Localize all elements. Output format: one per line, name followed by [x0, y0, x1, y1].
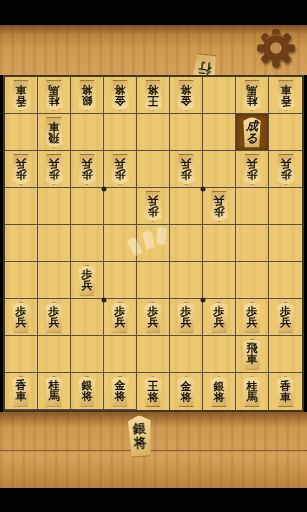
piece-kanji: 兵	[49, 317, 60, 328]
square-1-9[interactable]: 香車	[269, 373, 302, 410]
square-6-9[interactable]: 金将	[104, 373, 137, 410]
square-1-3[interactable]: 歩兵	[269, 151, 302, 188]
piece-kanji: 将	[181, 392, 192, 403]
piece-kanji: 金	[181, 381, 192, 392]
gear-icon	[255, 27, 297, 69]
square-3-6[interactable]	[203, 262, 236, 299]
square-5-9[interactable]: 王将	[137, 373, 170, 410]
piece-gote-金将[interactable]: 金将	[107, 80, 133, 111]
piece-sente-王将[interactable]: 王将	[140, 376, 166, 407]
square-2-2[interactable]: 成る	[236, 114, 269, 151]
piece-kanji: 歩	[181, 169, 192, 180]
square-8-8[interactable]	[38, 336, 71, 373]
piece-gote-銀将[interactable]: 銀将	[74, 80, 100, 111]
square-3-8[interactable]	[203, 336, 236, 373]
square-8-2[interactable]: 飛車	[38, 114, 71, 151]
hoshi-dot	[201, 186, 206, 191]
piece-kanji: 歩	[247, 169, 258, 180]
square-9-9[interactable]: 香車	[5, 373, 38, 410]
piece-sente-歩兵[interactable]: 歩兵	[206, 302, 232, 333]
square-3-5[interactable]	[203, 225, 236, 262]
square-1-2[interactable]	[269, 114, 302, 151]
piece-sente-桂馬[interactable]: 桂馬	[239, 376, 265, 407]
square-4-2[interactable]	[170, 114, 203, 151]
piece-gote-歩兵[interactable]: 歩兵	[140, 191, 166, 222]
piece-kanji: 兵	[181, 317, 192, 328]
piece-sente-歩兵[interactable]: 歩兵	[74, 265, 100, 296]
square-6-2[interactable]	[104, 114, 137, 151]
square-7-4[interactable]	[71, 188, 104, 225]
square-2-8[interactable]: 飛車	[236, 336, 269, 373]
piece-kanji: 将	[115, 84, 126, 95]
square-2-3[interactable]: 歩兵	[236, 151, 269, 188]
piece-kanji: 将	[134, 436, 148, 450]
square-4-3[interactable]: 歩兵	[170, 151, 203, 188]
square-3-9[interactable]: 銀将	[203, 373, 236, 410]
piece-gote-飛車[interactable]: 飛車	[41, 117, 67, 148]
piece-kanji: 馬	[247, 392, 258, 403]
square-4-5[interactable]	[170, 225, 203, 262]
piece-kanji: 将	[181, 84, 192, 95]
square-8-6[interactable]	[38, 262, 71, 299]
piece-kanji: 桂	[49, 95, 60, 106]
piece-sente-歩兵[interactable]: 歩兵	[8, 302, 34, 333]
piece-sente-金将[interactable]: 金将	[173, 376, 199, 407]
square-8-3[interactable]: 歩兵	[38, 151, 71, 188]
gote-hand-tray: 角行	[0, 25, 307, 75]
square-5-8[interactable]	[137, 336, 170, 373]
piece-kanji: 香	[280, 381, 291, 392]
piece-gote-歩兵[interactable]: 歩兵	[239, 154, 265, 185]
square-5-2[interactable]	[137, 114, 170, 151]
square-7-2[interactable]	[71, 114, 104, 151]
piece-kanji: 車	[280, 84, 291, 95]
piece-kanji: 兵	[115, 158, 126, 169]
piece-kanji: 歩	[148, 206, 159, 217]
status-bar-bottom	[0, 488, 307, 512]
piece-kanji: 兵	[214, 195, 225, 206]
square-2-7[interactable]: 歩兵	[236, 299, 269, 336]
piece-kanji: 馬	[49, 391, 60, 402]
piece-sente-飛車[interactable]: 飛車	[239, 339, 265, 370]
piece-sente-歩兵[interactable]: 歩兵	[107, 302, 133, 333]
promotion-prompt-button[interactable]: 成る	[239, 117, 265, 148]
square-4-9[interactable]: 金将	[170, 373, 203, 410]
square-2-6[interactable]	[236, 262, 269, 299]
piece-kanji: 兵	[214, 317, 225, 328]
square-1-6[interactable]	[269, 262, 302, 299]
piece-kanji: 車	[16, 391, 27, 402]
piece-kanji: 歩	[115, 169, 126, 180]
piece-kanji: 馬	[49, 84, 60, 95]
piece-gote-歩兵[interactable]: 歩兵	[173, 154, 199, 185]
square-5-6[interactable]	[137, 262, 170, 299]
square-5-7[interactable]: 歩兵	[137, 299, 170, 336]
square-9-4[interactable]	[5, 188, 38, 225]
square-9-5[interactable]	[5, 225, 38, 262]
piece-sente-歩兵[interactable]: 歩兵	[239, 302, 265, 333]
piece-kanji: 銀	[214, 381, 225, 392]
piece-gote-香車[interactable]: 香車	[273, 80, 299, 111]
piece-kanji: 兵	[82, 158, 93, 169]
square-2-4[interactable]	[236, 188, 269, 225]
square-9-7[interactable]: 歩兵	[5, 299, 38, 336]
piece-kanji: 将	[82, 84, 93, 95]
piece-kanji: 兵	[247, 158, 258, 169]
square-9-8[interactable]	[5, 336, 38, 373]
piece-gote-歩兵[interactable]: 歩兵	[41, 154, 67, 185]
square-4-1[interactable]: 金将	[170, 77, 203, 114]
piece-kanji: 兵	[148, 195, 159, 206]
piece-kanji: 車	[280, 392, 291, 403]
square-3-2[interactable]	[203, 114, 236, 151]
piece-kanji: 兵	[49, 158, 60, 169]
piece-gote-王将[interactable]: 王将	[140, 80, 166, 111]
piece-kanji: 車	[247, 354, 258, 365]
piece-sente-歩兵[interactable]: 歩兵	[140, 302, 166, 333]
piece-kanji: 車	[49, 121, 60, 132]
piece-gote-歩兵[interactable]: 歩兵	[273, 154, 299, 185]
piece-kanji: 兵	[16, 317, 27, 328]
piece-sente-歩兵[interactable]: 歩兵	[273, 302, 299, 333]
square-4-6[interactable]	[170, 262, 203, 299]
piece-kanji: 行	[198, 61, 213, 76]
square-7-3[interactable]: 歩兵	[71, 151, 104, 188]
hoshi-dot	[102, 186, 107, 191]
piece-kanji: 兵	[148, 317, 159, 328]
piece-sente-香車[interactable]: 香車	[8, 376, 34, 407]
piece-kanji: 王	[148, 381, 159, 392]
square-2-5[interactable]	[236, 225, 269, 262]
square-6-3[interactable]: 歩兵	[104, 151, 137, 188]
piece-sente-香車[interactable]: 香車	[273, 376, 299, 407]
piece-kanji: 桂	[247, 95, 258, 106]
hoshi-dot	[201, 298, 206, 303]
piece-kanji: 兵	[82, 280, 93, 291]
piece-kanji: 飛	[49, 132, 60, 143]
piece-kanji: 金	[181, 95, 192, 106]
square-3-7[interactable]: 歩兵	[203, 299, 236, 336]
shogi-app-screen: 角行 香車桂馬銀将金将王将金将桂馬香車飛車成る歩兵歩兵歩兵歩兵歩兵歩兵歩兵歩兵歩…	[0, 0, 307, 512]
square-3-1[interactable]	[203, 77, 236, 114]
square-2-9[interactable]: 桂馬	[236, 373, 269, 410]
square-9-1[interactable]: 香車	[5, 77, 38, 114]
square-6-4[interactable]	[104, 188, 137, 225]
square-5-3[interactable]	[137, 151, 170, 188]
piece-kanji: 車	[16, 84, 27, 95]
piece-gote-桂馬[interactable]: 桂馬	[41, 80, 67, 111]
piece-kanji: 将	[148, 84, 159, 95]
piece-kanji: 馬	[247, 84, 258, 95]
piece-kanji: 兵	[115, 317, 126, 328]
piece-gote-歩兵[interactable]: 歩兵	[206, 191, 232, 222]
piece-sente-歩兵[interactable]: 歩兵	[41, 302, 67, 333]
square-6-6[interactable]	[104, 262, 137, 299]
square-8-1[interactable]: 桂馬	[38, 77, 71, 114]
square-8-4[interactable]	[38, 188, 71, 225]
piece-gote-歩兵[interactable]: 歩兵	[74, 154, 100, 185]
piece-kanji: 将	[82, 391, 93, 402]
square-7-6[interactable]: 歩兵	[71, 262, 104, 299]
piece-kanji: 王	[148, 95, 159, 106]
sente-hand-tray: 銀将	[0, 412, 307, 488]
square-4-7[interactable]: 歩兵	[170, 299, 203, 336]
piece-kanji: 兵	[16, 158, 27, 169]
square-1-1[interactable]: 香車	[269, 77, 302, 114]
square-7-5[interactable]	[71, 225, 104, 262]
piece-gote-歩兵[interactable]: 歩兵	[8, 154, 34, 185]
square-8-7[interactable]: 歩兵	[38, 299, 71, 336]
square-5-1[interactable]: 王将	[137, 77, 170, 114]
status-bar-top	[0, 0, 307, 25]
piece-sente-銀将[interactable]: 銀将	[74, 376, 100, 407]
square-3-3[interactable]	[203, 151, 236, 188]
piece-gote-桂馬[interactable]: 桂馬	[239, 80, 265, 111]
piece-kanji: 歩	[16, 169, 27, 180]
piece-sente-銀将[interactable]: 銀将	[206, 376, 232, 407]
piece-kanji: 歩	[82, 169, 93, 180]
square-4-8[interactable]	[170, 336, 203, 373]
piece-sente-桂馬[interactable]: 桂馬	[41, 376, 67, 407]
square-4-4[interactable]	[170, 188, 203, 225]
tray-groove	[0, 450, 307, 452]
square-2-1[interactable]: 桂馬	[236, 77, 269, 114]
piece-gote-歩兵[interactable]: 歩兵	[107, 154, 133, 185]
piece-kanji: 兵	[280, 317, 291, 328]
square-9-6[interactable]	[5, 262, 38, 299]
hoshi-dot	[102, 298, 107, 303]
square-1-7[interactable]: 歩兵	[269, 299, 302, 336]
piece-kanji: 兵	[181, 158, 192, 169]
square-7-9[interactable]: 銀将	[71, 373, 104, 410]
piece-kanji: 兵	[247, 317, 258, 328]
square-7-1[interactable]: 銀将	[71, 77, 104, 114]
square-7-8[interactable]	[71, 336, 104, 373]
square-7-7[interactable]	[71, 299, 104, 336]
piece-kanji: る	[246, 132, 258, 144]
piece-kanji: 香	[280, 95, 291, 106]
piece-kanji: 将	[115, 391, 126, 402]
square-6-7[interactable]: 歩兵	[104, 299, 137, 336]
piece-kanji: 歩	[49, 169, 60, 180]
square-3-4[interactable]: 歩兵	[203, 188, 236, 225]
square-9-3[interactable]: 歩兵	[5, 151, 38, 188]
square-6-1[interactable]: 金将	[104, 77, 137, 114]
square-1-8[interactable]	[269, 336, 302, 373]
square-8-5[interactable]	[38, 225, 71, 262]
piece-gote-香車[interactable]: 香車	[8, 80, 34, 111]
piece-sente-金将[interactable]: 金将	[107, 376, 133, 407]
square-8-9[interactable]: 桂馬	[38, 373, 71, 410]
piece-kanji: 兵	[280, 158, 291, 169]
square-9-2[interactable]	[5, 114, 38, 151]
piece-kanji: 将	[214, 392, 225, 403]
piece-kanji: 歩	[280, 169, 291, 180]
piece-kanji: 銀	[82, 95, 93, 106]
piece-kanji: 歩	[214, 206, 225, 217]
piece-sente-歩兵[interactable]: 歩兵	[173, 302, 199, 333]
square-6-8[interactable]	[104, 336, 137, 373]
piece-gote-金将[interactable]: 金将	[173, 80, 199, 111]
square-1-5[interactable]	[269, 225, 302, 262]
piece-kanji: 桂	[247, 381, 258, 392]
square-5-4[interactable]: 歩兵	[137, 188, 170, 225]
settings-button[interactable]	[255, 27, 297, 69]
square-1-4[interactable]	[269, 188, 302, 225]
piece-kanji: 金	[115, 95, 126, 106]
piece-kanji: 香	[16, 95, 27, 106]
piece-kanji: 将	[148, 392, 159, 403]
